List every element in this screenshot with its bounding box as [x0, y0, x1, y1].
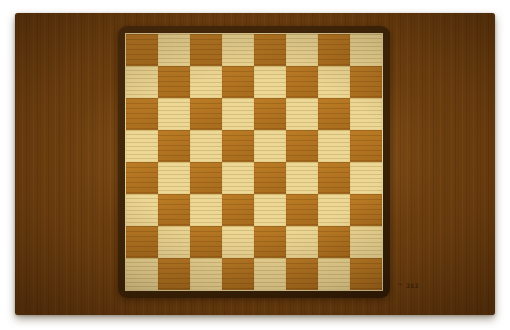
square-e5[interactable]: [254, 130, 286, 162]
square-b1[interactable]: [158, 258, 190, 290]
square-b5[interactable]: [158, 130, 190, 162]
square-g1[interactable]: [318, 258, 350, 290]
square-g8[interactable]: [318, 34, 350, 66]
square-d1[interactable]: [222, 258, 254, 290]
square-b7[interactable]: [158, 66, 190, 98]
square-d5[interactable]: [222, 130, 254, 162]
square-a1[interactable]: [126, 258, 158, 290]
square-a5[interactable]: [126, 130, 158, 162]
square-c4[interactable]: [190, 162, 222, 194]
square-f7[interactable]: [286, 66, 318, 98]
square-c6[interactable]: [190, 98, 222, 130]
square-e2[interactable]: [254, 226, 286, 258]
square-g5[interactable]: [318, 130, 350, 162]
square-c8[interactable]: [190, 34, 222, 66]
square-a4[interactable]: [126, 162, 158, 194]
square-b6[interactable]: [158, 98, 190, 130]
square-g3[interactable]: [318, 194, 350, 226]
square-h6[interactable]: [350, 98, 382, 130]
square-g2[interactable]: [318, 226, 350, 258]
square-c3[interactable]: [190, 194, 222, 226]
square-b3[interactable]: [158, 194, 190, 226]
square-f1[interactable]: [286, 258, 318, 290]
square-d7[interactable]: [222, 66, 254, 98]
page-background: ™ 353: [0, 0, 510, 330]
square-c7[interactable]: [190, 66, 222, 98]
wood-wallpaper: ™ 353: [15, 13, 495, 315]
square-e8[interactable]: [254, 34, 286, 66]
chessboard: [126, 34, 382, 290]
square-c5[interactable]: [190, 130, 222, 162]
square-e6[interactable]: [254, 98, 286, 130]
square-a6[interactable]: [126, 98, 158, 130]
square-d3[interactable]: [222, 194, 254, 226]
square-f4[interactable]: [286, 162, 318, 194]
square-g7[interactable]: [318, 66, 350, 98]
square-b2[interactable]: [158, 226, 190, 258]
square-g4[interactable]: [318, 162, 350, 194]
square-b4[interactable]: [158, 162, 190, 194]
square-e7[interactable]: [254, 66, 286, 98]
square-h5[interactable]: [350, 130, 382, 162]
square-f2[interactable]: [286, 226, 318, 258]
square-e4[interactable]: [254, 162, 286, 194]
square-h3[interactable]: [350, 194, 382, 226]
square-h8[interactable]: [350, 34, 382, 66]
artist-signature: ™ 353: [397, 283, 419, 289]
square-a2[interactable]: [126, 226, 158, 258]
square-e1[interactable]: [254, 258, 286, 290]
square-f3[interactable]: [286, 194, 318, 226]
square-h2[interactable]: [350, 226, 382, 258]
square-d8[interactable]: [222, 34, 254, 66]
square-d6[interactable]: [222, 98, 254, 130]
square-f5[interactable]: [286, 130, 318, 162]
square-h7[interactable]: [350, 66, 382, 98]
square-f8[interactable]: [286, 34, 318, 66]
square-c2[interactable]: [190, 226, 222, 258]
square-h4[interactable]: [350, 162, 382, 194]
square-a7[interactable]: [126, 66, 158, 98]
square-f6[interactable]: [286, 98, 318, 130]
square-b8[interactable]: [158, 34, 190, 66]
square-d2[interactable]: [222, 226, 254, 258]
square-g6[interactable]: [318, 98, 350, 130]
square-a3[interactable]: [126, 194, 158, 226]
square-e3[interactable]: [254, 194, 286, 226]
chessboard-frame: [118, 26, 390, 298]
square-c1[interactable]: [190, 258, 222, 290]
square-a8[interactable]: [126, 34, 158, 66]
square-d4[interactable]: [222, 162, 254, 194]
square-h1[interactable]: [350, 258, 382, 290]
